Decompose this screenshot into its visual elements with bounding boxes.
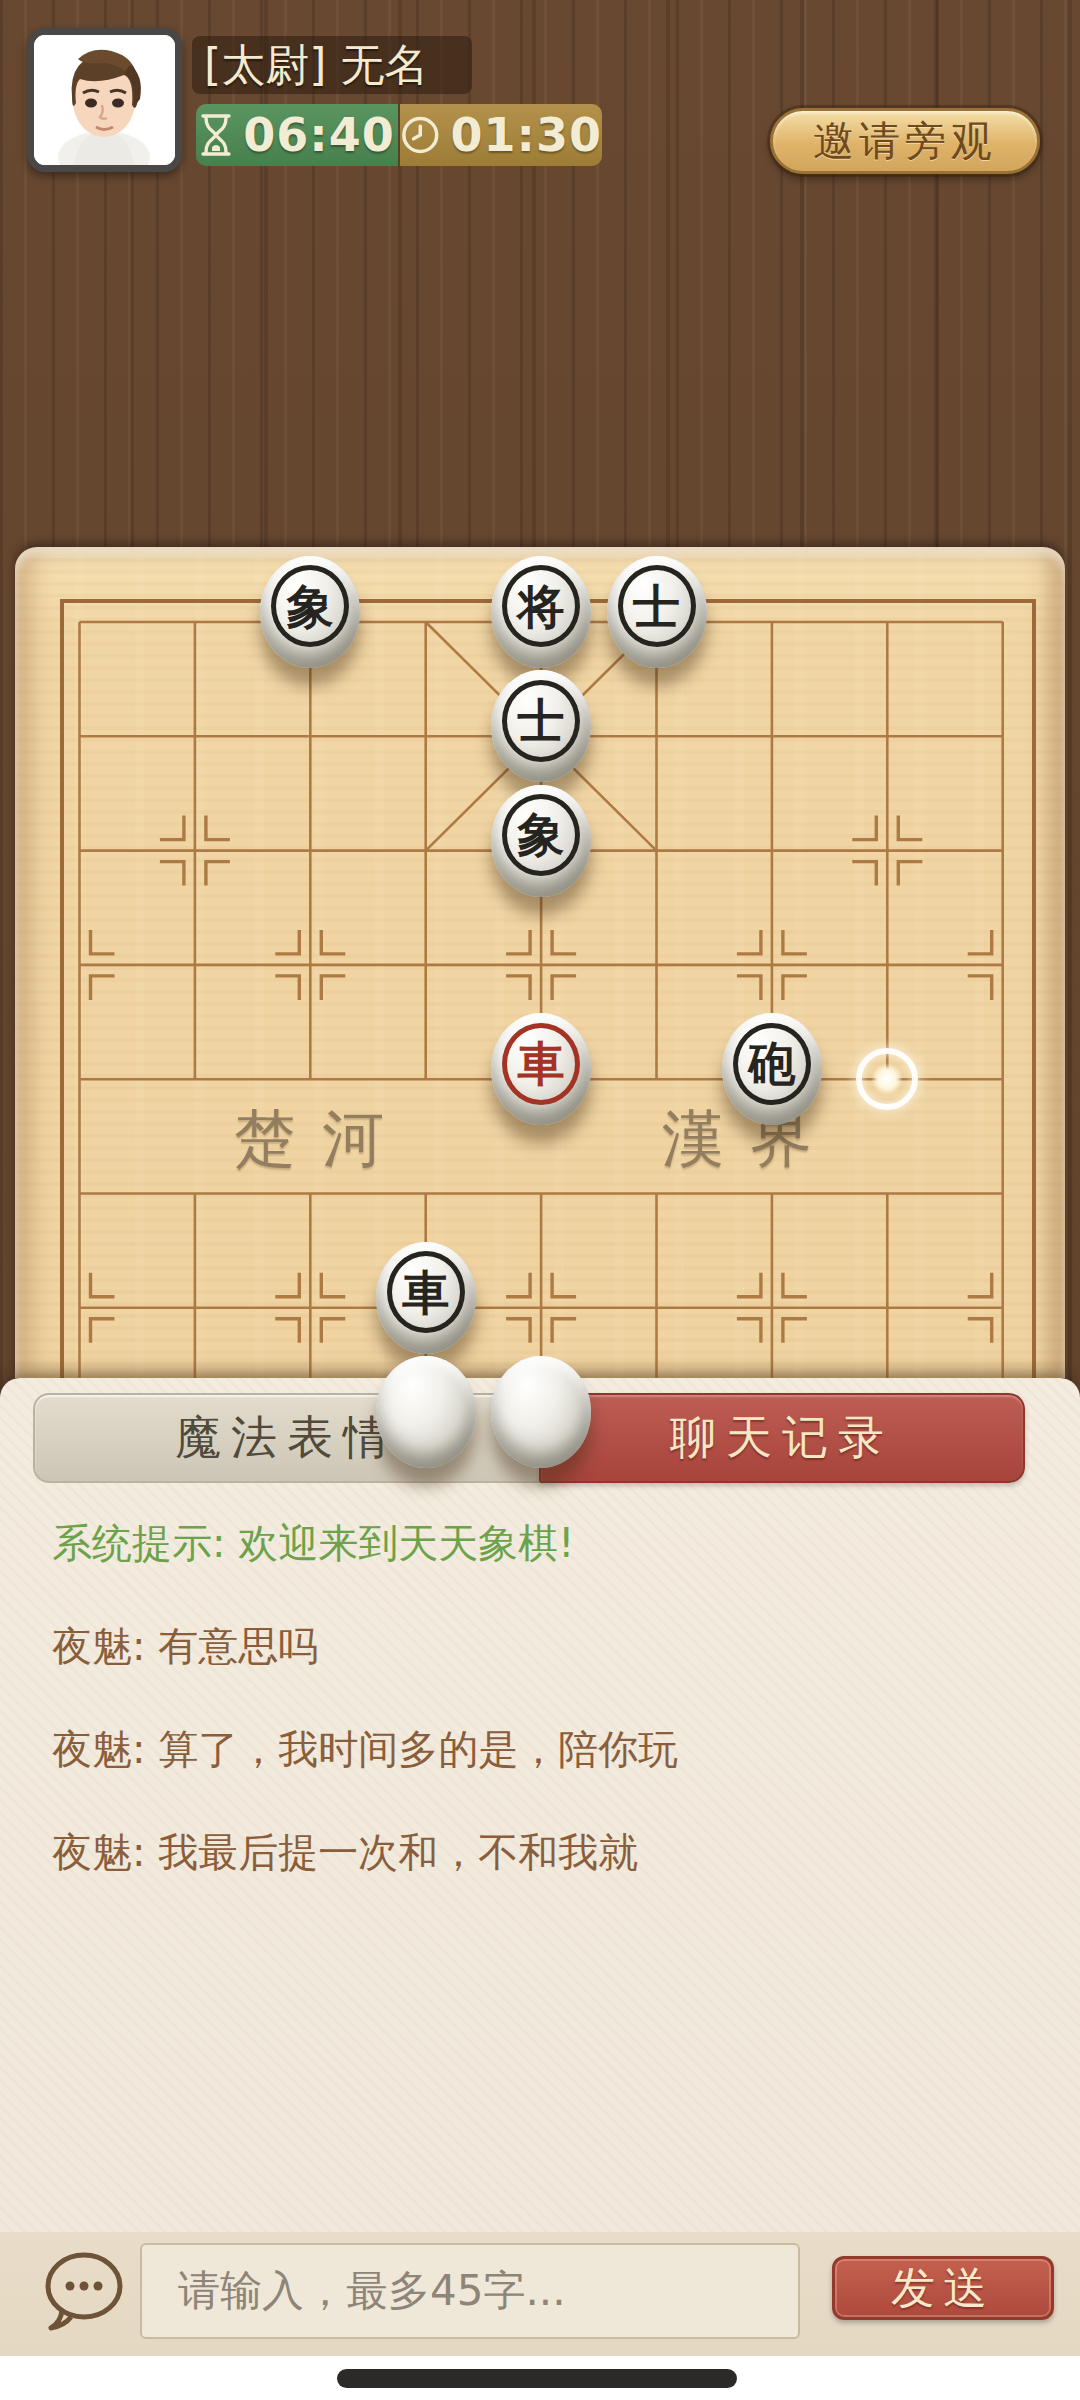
chat-input-bar: 请输入，最多45字... 发送 (0, 2232, 1080, 2358)
piece-black-士[interactable]: 士 (491, 670, 591, 782)
piece-hidden-top[interactable] (376, 1356, 476, 1468)
xiangqi-board[interactable]: 楚河 漢界 象将士士象車砲車 (15, 547, 1065, 1378)
piece-black-砲[interactable]: 砲 (722, 1013, 822, 1125)
piece-character: 車 (402, 1269, 449, 1316)
piece-ring: 士 (502, 680, 580, 762)
chat-bubble-icon[interactable] (38, 2246, 128, 2346)
avatar-portrait (34, 35, 175, 165)
chat-message: 夜魅: 算了，我时间多的是，陪你玩 (52, 1724, 1032, 1774)
piece-character: 象 (287, 583, 334, 630)
piece-character: 士 (518, 697, 565, 744)
send-button-label: 发送 (891, 2259, 995, 2318)
piece-ring: 象 (271, 565, 349, 647)
piece-black-車[interactable]: 車 (376, 1242, 476, 1354)
piece-hidden-top[interactable] (491, 1356, 591, 1468)
piece-character: 車 (518, 1040, 565, 1087)
piece-ring: 車 (387, 1251, 465, 1333)
piece-character: 将 (518, 583, 565, 630)
piece-red-車[interactable]: 車 (491, 1013, 591, 1125)
home-indicator-bar (337, 2369, 737, 2388)
invite-spectators-label: 邀请旁观 (813, 114, 997, 169)
tab-magic-emotes-label: 魔法表情 (175, 1407, 399, 1469)
send-button[interactable]: 发送 (832, 2256, 1054, 2320)
river-label-left: 楚河 (234, 1097, 410, 1181)
chat-text-input[interactable]: 请输入，最多45字... (140, 2243, 800, 2339)
piece-ring: 将 (502, 565, 580, 647)
opponent-name: [太尉] 无名 (192, 36, 428, 95)
invite-spectators-button[interactable]: 邀请旁观 (770, 108, 1040, 174)
chat-panel: 魔法表情 聊天记录 系统提示: 欢迎来到天天象棋!夜魅: 有意思吗夜魅: 算了，… (0, 1378, 1080, 2400)
chat-message: 夜魅: 有意思吗 (52, 1621, 1032, 1671)
chat-message: 系统提示: 欢迎来到天天象棋! (52, 1518, 1032, 1568)
piece-black-象[interactable]: 象 (260, 556, 360, 668)
chat-message: 夜魅: 我最后提一次和，不和我就 (52, 1827, 1032, 1877)
tab-chat-history-label: 聊天记录 (670, 1407, 894, 1469)
piece-ring: 士 (618, 565, 696, 647)
piece-ring: 車 (502, 1023, 580, 1105)
tab-chat-history[interactable]: 聊天记录 (539, 1393, 1025, 1483)
main-timer-value: 06:40 (243, 108, 394, 162)
main-timer: 06:40 (196, 104, 398, 166)
piece-ring: 象 (502, 794, 580, 876)
clock-icon (400, 114, 441, 156)
timers: 06:40 01:30 (196, 104, 602, 166)
piece-character: 象 (518, 811, 565, 858)
chat-messages: 系统提示: 欢迎来到天天象棋!夜魅: 有意思吗夜魅: 算了，我时间多的是，陪你玩… (52, 1518, 1032, 1930)
opponent-avatar[interactable] (27, 28, 182, 172)
piece-black-象[interactable]: 象 (491, 785, 591, 897)
piece-character: 砲 (748, 1040, 795, 1087)
opponent-name-plate: [太尉] 无名 (192, 36, 472, 94)
chat-input-placeholder: 请输入，最多45字... (142, 2263, 566, 2319)
hourglass-icon (199, 113, 233, 157)
system-gesture-area (0, 2356, 1080, 2400)
move-timer-value: 01:30 (451, 108, 602, 162)
game-screen: [太尉] 无名 06:40 01:30 邀请旁观 楚河 漢界 象将士士象車砲車 (0, 0, 1080, 2400)
piece-black-将[interactable]: 将 (491, 556, 591, 668)
piece-black-士[interactable]: 士 (607, 556, 707, 668)
move-timer: 01:30 (400, 104, 602, 166)
piece-character: 士 (633, 583, 680, 630)
piece-ring: 砲 (733, 1023, 811, 1105)
